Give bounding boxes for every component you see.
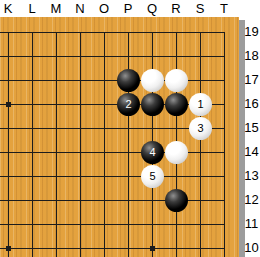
star-point-Q10	[150, 246, 155, 251]
stone-white-S16: 1	[189, 93, 212, 116]
grid-line-vertical-L	[32, 32, 33, 257]
row-label-14: 14	[243, 144, 260, 160]
column-label-T: T	[215, 1, 233, 16]
grid-line-horizontal-14	[0, 152, 225, 153]
grid-line-horizontal-19	[0, 32, 225, 33]
row-label-15: 15	[243, 120, 260, 136]
stone-white-R14	[165, 141, 188, 164]
go-board-surface[interactable]: 21345	[0, 17, 239, 257]
stone-black-R12	[165, 189, 188, 212]
grid-line-vertical-T	[224, 32, 225, 257]
star-point-K16	[6, 102, 11, 107]
column-label-N: N	[71, 1, 89, 16]
stone-white-S15: 3	[189, 117, 212, 140]
stone-black-P16: 2	[117, 93, 140, 116]
column-label-L: L	[23, 1, 41, 16]
grid-line-vertical-S	[200, 32, 201, 257]
row-labels-strip: 19181716151413121110	[243, 17, 260, 257]
column-labels-strip: KLMNOPQRST	[0, 0, 260, 17]
grid-line-horizontal-17	[0, 80, 225, 81]
grid-line-horizontal-12	[0, 200, 225, 201]
grid-line-horizontal-11	[0, 224, 225, 225]
row-label-18: 18	[243, 48, 260, 64]
column-label-P: P	[119, 1, 137, 16]
stone-move-number: 5	[149, 171, 155, 182]
grid-line-vertical-O	[104, 32, 105, 257]
star-point-K10	[6, 246, 11, 251]
stone-white-Q17	[141, 69, 164, 92]
grid-line-horizontal-13	[0, 176, 225, 177]
grid-line-vertical-M	[56, 32, 57, 257]
stone-move-number: 4	[149, 147, 155, 158]
row-label-16: 16	[243, 96, 260, 112]
grid-line-vertical-N	[80, 32, 81, 257]
column-label-M: M	[47, 1, 65, 16]
column-label-K: K	[0, 1, 17, 16]
column-label-S: S	[191, 1, 209, 16]
column-label-O: O	[95, 1, 113, 16]
grid-line-horizontal-10	[0, 248, 225, 249]
stone-move-number: 1	[197, 99, 203, 110]
row-label-10: 10	[243, 240, 260, 256]
stone-white-R17	[165, 69, 188, 92]
stone-black-R16	[165, 93, 188, 116]
go-diagram: KLMNOPQRST 21345 19181716151413121110	[0, 0, 260, 257]
stone-move-number: 2	[125, 99, 131, 110]
row-label-12: 12	[243, 192, 260, 208]
row-label-17: 17	[243, 72, 260, 88]
stone-move-number: 3	[197, 123, 203, 134]
column-label-R: R	[167, 1, 185, 16]
stone-black-Q14: 4	[141, 141, 164, 164]
column-label-Q: Q	[143, 1, 161, 16]
row-label-11: 11	[243, 216, 260, 232]
row-label-13: 13	[243, 168, 260, 184]
grid-line-vertical-K	[8, 32, 9, 257]
grid-line-horizontal-18	[0, 56, 225, 57]
stone-white-Q13: 5	[141, 165, 164, 188]
stone-black-Q16	[141, 93, 164, 116]
grid-line-vertical-P	[128, 32, 129, 257]
stone-black-P17	[117, 69, 140, 92]
row-label-19: 19	[243, 24, 260, 40]
